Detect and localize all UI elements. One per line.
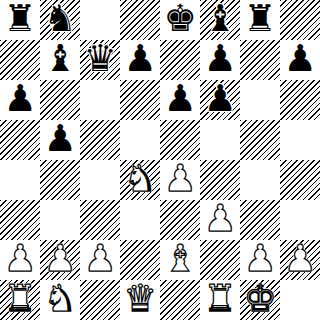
square-h7[interactable]: ♟	[280, 40, 320, 80]
square-h8[interactable]	[280, 0, 320, 40]
square-e6[interactable]: ♟	[160, 80, 200, 120]
square-h1[interactable]	[280, 280, 320, 320]
black-pawn: ♟	[203, 40, 236, 79]
black-pawn: ♟	[3, 80, 36, 119]
white-pawn: ♟	[243, 240, 276, 279]
square-a4[interactable]	[0, 160, 40, 200]
black-pawn: ♟	[163, 80, 196, 119]
square-b5[interactable]: ♟	[40, 120, 80, 160]
square-g3[interactable]	[240, 200, 280, 240]
square-d4[interactable]: ♞	[120, 160, 160, 200]
square-b8[interactable]: ♞	[40, 0, 80, 40]
square-b6[interactable]	[40, 80, 80, 120]
white-knight: ♞	[43, 280, 76, 319]
square-c2[interactable]: ♟	[80, 240, 120, 280]
white-bishop: ♝	[163, 240, 196, 279]
white-rook: ♜	[203, 280, 236, 319]
square-d2[interactable]	[120, 240, 160, 280]
black-knight: ♞	[43, 0, 76, 39]
square-c3[interactable]	[80, 200, 120, 240]
square-c7[interactable]: ♛	[80, 40, 120, 80]
square-g7[interactable]	[240, 40, 280, 80]
white-pawn: ♟	[83, 240, 116, 279]
black-pawn: ♟	[283, 40, 316, 79]
square-e3[interactable]	[160, 200, 200, 240]
square-c6[interactable]	[80, 80, 120, 120]
square-f3[interactable]: ♟	[200, 200, 240, 240]
square-h5[interactable]	[280, 120, 320, 160]
black-rook: ♜	[3, 0, 36, 39]
square-b7[interactable]: ♝	[40, 40, 80, 80]
square-c5[interactable]	[80, 120, 120, 160]
square-h2[interactable]: ♟	[280, 240, 320, 280]
square-a3[interactable]	[0, 200, 40, 240]
chess-board: ♜♞♚♝♜♝♛♟♟♟♟♟♟♟♞♟♟♟♟♟♝♟♟♜♞♛♜♚	[0, 0, 320, 320]
square-a5[interactable]	[0, 120, 40, 160]
square-g8[interactable]: ♜	[240, 0, 280, 40]
square-e4[interactable]: ♟	[160, 160, 200, 200]
square-c8[interactable]	[80, 0, 120, 40]
square-e8[interactable]: ♚	[160, 0, 200, 40]
black-pawn: ♟	[43, 120, 76, 159]
white-knight: ♞	[123, 160, 156, 199]
black-queen: ♛	[83, 40, 116, 79]
square-f6[interactable]: ♟	[200, 80, 240, 120]
square-h3[interactable]	[280, 200, 320, 240]
square-d7[interactable]: ♟	[120, 40, 160, 80]
square-d1[interactable]: ♛	[120, 280, 160, 320]
chess-diagram: ♜♞♚♝♜♝♛♟♟♟♟♟♟♟♞♟♟♟♟♟♝♟♟♜♞♛♜♚	[0, 0, 320, 320]
white-pawn: ♟	[3, 240, 36, 279]
square-b2[interactable]: ♟	[40, 240, 80, 280]
white-pawn: ♟	[283, 240, 316, 279]
square-g1[interactable]: ♚	[240, 280, 280, 320]
white-king: ♚	[243, 280, 276, 319]
white-pawn: ♟	[43, 240, 76, 279]
white-pawn: ♟	[203, 200, 236, 239]
white-queen: ♛	[123, 280, 156, 319]
black-pawn: ♟	[123, 40, 156, 79]
square-e7[interactable]	[160, 40, 200, 80]
white-pawn: ♟	[163, 160, 196, 199]
square-a2[interactable]: ♟	[0, 240, 40, 280]
square-g4[interactable]	[240, 160, 280, 200]
square-d8[interactable]	[120, 0, 160, 40]
white-rook: ♜	[3, 280, 36, 319]
square-d6[interactable]	[120, 80, 160, 120]
square-a8[interactable]: ♜	[0, 0, 40, 40]
square-f7[interactable]: ♟	[200, 40, 240, 80]
square-e5[interactable]	[160, 120, 200, 160]
black-king: ♚	[163, 0, 196, 39]
square-a6[interactable]: ♟	[0, 80, 40, 120]
square-a1[interactable]: ♜	[0, 280, 40, 320]
square-f8[interactable]: ♝	[200, 0, 240, 40]
square-d5[interactable]	[120, 120, 160, 160]
square-f1[interactable]: ♜	[200, 280, 240, 320]
black-bishop: ♝	[203, 0, 236, 39]
square-c4[interactable]	[80, 160, 120, 200]
square-g2[interactable]: ♟	[240, 240, 280, 280]
square-f2[interactable]	[200, 240, 240, 280]
square-d3[interactable]	[120, 200, 160, 240]
square-b1[interactable]: ♞	[40, 280, 80, 320]
black-pawn: ♟	[203, 80, 236, 119]
square-e1[interactable]	[160, 280, 200, 320]
square-h4[interactable]	[280, 160, 320, 200]
black-bishop: ♝	[43, 40, 76, 79]
square-f5[interactable]	[200, 120, 240, 160]
square-b4[interactable]	[40, 160, 80, 200]
square-e2[interactable]: ♝	[160, 240, 200, 280]
square-a7[interactable]	[0, 40, 40, 80]
square-g6[interactable]	[240, 80, 280, 120]
square-h6[interactable]	[280, 80, 320, 120]
square-b3[interactable]	[40, 200, 80, 240]
square-g5[interactable]	[240, 120, 280, 160]
square-f4[interactable]	[200, 160, 240, 200]
black-rook: ♜	[243, 0, 276, 39]
square-c1[interactable]	[80, 280, 120, 320]
